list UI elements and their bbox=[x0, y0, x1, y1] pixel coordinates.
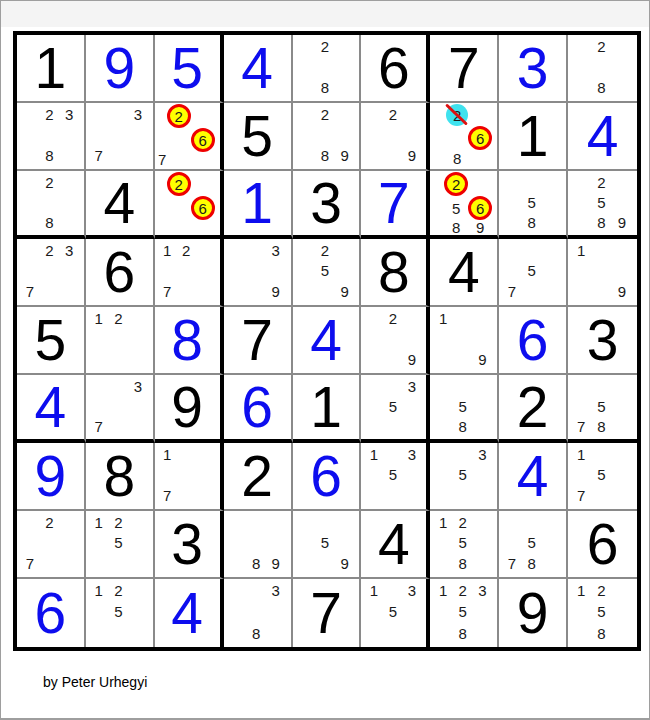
candidate-digit-1: 1 bbox=[577, 447, 585, 462]
cell-r8c9[interactable]: 6 bbox=[568, 511, 637, 579]
candidate-slot-1: 1 bbox=[158, 444, 177, 465]
cell-r3c3[interactable]: 26 bbox=[155, 171, 224, 239]
candidate-digit-3: 3 bbox=[478, 583, 486, 598]
candidate-slot-9: 9 bbox=[468, 220, 492, 235]
cell-r5c7[interactable]: 19 bbox=[430, 307, 499, 375]
given-digit: 2 bbox=[499, 375, 566, 439]
cell-r3c2[interactable]: 4 bbox=[86, 171, 155, 239]
candidate-digit-7: 7 bbox=[508, 556, 516, 571]
cell-r9c7[interactable]: 12358 bbox=[430, 579, 499, 647]
candidate-digit-5: 5 bbox=[459, 604, 467, 619]
candidate-slot-7: 7 bbox=[89, 145, 109, 166]
candidate-slot-3: 3 bbox=[402, 580, 421, 601]
pencilmarks: 25689 bbox=[433, 172, 492, 232]
candidate-digit-7: 7 bbox=[95, 148, 103, 163]
candidate-digit-2: 2 bbox=[389, 107, 397, 122]
candidate-slot-5: 5 bbox=[453, 465, 473, 486]
solved-digit: 6 bbox=[17, 579, 84, 647]
candidate-slot-6: 6 bbox=[468, 196, 492, 220]
cell-r4c4[interactable]: 39 bbox=[224, 239, 293, 307]
cell-r1c2[interactable]: 9 bbox=[86, 35, 155, 103]
cell-r4c9[interactable]: 19 bbox=[568, 239, 637, 307]
candidate-digit-8: 8 bbox=[453, 151, 461, 166]
given-digit: 5 bbox=[17, 307, 84, 373]
cell-r7c2[interactable]: 8 bbox=[86, 443, 155, 511]
cell-r3c6[interactable]: 7 bbox=[361, 171, 430, 239]
cell-r6c8[interactable]: 2 bbox=[499, 375, 568, 443]
candidate-slot-9: 9 bbox=[402, 349, 421, 370]
pencilmarks: 157 bbox=[571, 444, 632, 506]
cell-r8c6[interactable]: 4 bbox=[361, 511, 430, 579]
candidate-slot-5: 5 bbox=[591, 465, 611, 486]
candidate-slot-7: 7 bbox=[502, 553, 522, 574]
candidate-digit-1: 1 bbox=[95, 515, 103, 530]
cell-r1c6[interactable]: 6 bbox=[361, 35, 430, 103]
candidate-slot-8: 8 bbox=[591, 623, 611, 644]
candidate-digit-9: 9 bbox=[272, 556, 280, 571]
solved-digit: 7 bbox=[361, 171, 426, 235]
candidate-digit-2: 2 bbox=[114, 515, 122, 530]
candidate-slot-9: 9 bbox=[612, 281, 632, 302]
cell-r8c7[interactable]: 1258 bbox=[430, 511, 499, 579]
candidate-slot-9: 9 bbox=[612, 212, 632, 232]
candidate-digit-2: 2 bbox=[597, 583, 605, 598]
candidate-digit-5: 5 bbox=[389, 604, 397, 619]
candidate-digit-1: 1 bbox=[370, 447, 378, 462]
pencilmarks: 29 bbox=[364, 308, 421, 370]
pencilmarks: 57 bbox=[502, 240, 561, 302]
cell-r3c8[interactable]: 58 bbox=[499, 171, 568, 239]
cell-r8c5[interactable]: 59 bbox=[293, 511, 362, 579]
candidate-slot-2: 2 bbox=[40, 240, 60, 261]
candidate-digit-5: 5 bbox=[389, 399, 397, 414]
highlight-circle-yellow: 6 bbox=[468, 126, 492, 150]
cell-r1c5[interactable]: 28 bbox=[293, 35, 362, 103]
candidate-digit-5: 5 bbox=[114, 604, 122, 619]
candidate-slot-1: 1 bbox=[433, 580, 453, 601]
pencilmarks: 259 bbox=[296, 240, 355, 302]
pencilmarks: 127 bbox=[158, 240, 215, 302]
cell-r3c5[interactable]: 3 bbox=[293, 171, 362, 239]
candidate-digit-8: 8 bbox=[597, 626, 605, 641]
candidate-slot-1: 1 bbox=[433, 512, 453, 533]
pencilmarks: 289 bbox=[296, 104, 355, 166]
candidate-digit-2: 2 bbox=[45, 243, 53, 258]
candidate-slot-1: 1 bbox=[364, 444, 383, 465]
candidate-slot-5: 5 bbox=[591, 192, 611, 212]
candidate-slot-8: 8 bbox=[522, 212, 542, 232]
cell-r9c2[interactable]: 125 bbox=[86, 579, 155, 647]
candidate-digit-5: 5 bbox=[459, 467, 467, 482]
candidate-digit-3: 3 bbox=[408, 583, 416, 598]
candidate-slot-5: 5 bbox=[109, 601, 129, 622]
cell-r1c9[interactable]: 28 bbox=[568, 35, 637, 103]
candidate-slot-2: 2 bbox=[40, 512, 60, 533]
candidate-slot-8: 8 bbox=[246, 623, 266, 644]
candidate-digit-8: 8 bbox=[452, 220, 460, 235]
candidate-slot-1: 1 bbox=[158, 240, 177, 261]
candidate-slot-8: 8 bbox=[591, 77, 611, 98]
cell-r4c3[interactable]: 127 bbox=[155, 239, 224, 307]
candidate-digit-8: 8 bbox=[321, 148, 329, 163]
candidate-slot-2: 2 bbox=[315, 240, 335, 261]
candidate-digit-8: 8 bbox=[597, 80, 605, 95]
eliminated-circle-cyan: 2 bbox=[446, 104, 468, 126]
candidate-digit-1: 1 bbox=[577, 583, 585, 598]
cell-r6c3[interactable]: 9 bbox=[155, 375, 224, 443]
candidate-slot-2: 2 bbox=[109, 308, 129, 329]
given-digit: 8 bbox=[361, 239, 426, 305]
cell-r4c6[interactable]: 8 bbox=[361, 239, 430, 307]
solved-digit: 4 bbox=[293, 307, 360, 373]
cell-r1c1[interactable]: 1 bbox=[17, 35, 86, 103]
candidate-slot-2: 2 bbox=[444, 172, 468, 196]
candidate-digit-6: 6 bbox=[476, 201, 484, 216]
cell-r5c2[interactable]: 12 bbox=[86, 307, 155, 375]
candidate-slot-2: 2 bbox=[167, 172, 191, 196]
cell-r4c5[interactable]: 259 bbox=[293, 239, 362, 307]
candidate-slot-6: 6 bbox=[191, 196, 215, 220]
pencilmarks: 59 bbox=[296, 512, 355, 574]
given-digit: 2 bbox=[224, 443, 291, 509]
candidate-digit-9: 9 bbox=[340, 148, 348, 163]
solved-digit: 8 bbox=[155, 307, 220, 373]
given-digit: 4 bbox=[361, 511, 426, 577]
candidate-digit-3: 3 bbox=[65, 107, 73, 122]
cell-r6c5[interactable]: 1 bbox=[293, 375, 362, 443]
solved-digit: 6 bbox=[224, 375, 291, 439]
candidate-slot-5: 5 bbox=[109, 533, 129, 554]
pencilmarks: 27 bbox=[20, 512, 79, 574]
cell-r9c4[interactable]: 38 bbox=[224, 579, 293, 647]
pencilmarks: 26 bbox=[158, 172, 215, 232]
candidate-slot-3: 3 bbox=[59, 104, 79, 125]
candidate-slot-2: 2 bbox=[383, 104, 402, 125]
given-digit: 7 bbox=[224, 307, 291, 373]
solved-digit: 4 bbox=[568, 103, 637, 169]
candidate-digit-3: 3 bbox=[478, 447, 486, 462]
candidate-slot-7: 7 bbox=[20, 553, 40, 574]
given-digit: 7 bbox=[430, 35, 497, 101]
cell-r5c3[interactable]: 8 bbox=[155, 307, 224, 375]
cell-r4c1[interactable]: 237 bbox=[17, 239, 86, 307]
candidate-digit-1: 1 bbox=[439, 583, 447, 598]
cell-r2c8[interactable]: 1 bbox=[499, 103, 568, 171]
cell-r9c5[interactable]: 7 bbox=[293, 579, 362, 647]
candidate-digit-5: 5 bbox=[597, 467, 605, 482]
candidate-slot-8: 8 bbox=[446, 150, 468, 166]
cell-r2c4[interactable]: 5 bbox=[224, 103, 293, 171]
pencilmarks: 578 bbox=[502, 512, 561, 574]
cell-r5c1[interactable]: 5 bbox=[17, 307, 86, 375]
candidate-digit-9: 9 bbox=[408, 352, 416, 367]
candidate-slot-8: 8 bbox=[522, 553, 542, 574]
pencilmarks: 125 bbox=[89, 512, 148, 574]
candidate-slot-6: 6 bbox=[468, 126, 492, 150]
given-digit: 9 bbox=[499, 579, 566, 647]
candidate-slot-8: 8 bbox=[246, 553, 266, 574]
cell-r6c1[interactable]: 4 bbox=[17, 375, 86, 443]
candidate-digit-2: 2 bbox=[45, 107, 53, 122]
given-digit: 3 bbox=[155, 511, 220, 577]
cell-r1c3[interactable]: 5 bbox=[155, 35, 224, 103]
candidate-slot-7: 7 bbox=[502, 281, 522, 302]
cell-r1c7[interactable]: 7 bbox=[430, 35, 499, 103]
highlight-circle-yellow: 6 bbox=[191, 196, 215, 220]
candidate-slot-8: 8 bbox=[591, 416, 611, 436]
pencilmarks: 2589 bbox=[571, 172, 632, 232]
pencilmarks: 28 bbox=[20, 172, 79, 232]
candidate-digit-1: 1 bbox=[439, 515, 447, 530]
header-band bbox=[1, 1, 649, 27]
pencilmarks: 12358 bbox=[433, 580, 492, 644]
candidate-digit-1: 1 bbox=[439, 311, 447, 326]
candidate-slot-7: 7 bbox=[158, 152, 167, 167]
cell-r9c1[interactable]: 6 bbox=[17, 579, 86, 647]
cell-r7c7[interactable]: 35 bbox=[430, 443, 499, 511]
cell-r5c4[interactable]: 7 bbox=[224, 307, 293, 375]
cell-r5c9[interactable]: 3 bbox=[568, 307, 637, 375]
cell-r3c7[interactable]: 25689 bbox=[430, 171, 499, 239]
cell-r8c1[interactable]: 27 bbox=[17, 511, 86, 579]
candidate-digit-2: 2 bbox=[174, 177, 182, 192]
candidate-digit-6: 6 bbox=[198, 133, 206, 148]
cell-r8c4[interactable]: 89 bbox=[224, 511, 293, 579]
candidate-digit-3: 3 bbox=[134, 379, 142, 394]
pencilmarks: 39 bbox=[227, 240, 286, 302]
solved-digit: 6 bbox=[499, 307, 566, 373]
candidate-digit-5: 5 bbox=[597, 604, 605, 619]
candidate-digit-8: 8 bbox=[459, 626, 467, 641]
solved-digit: 4 bbox=[499, 443, 566, 509]
pencilmarks: 29 bbox=[364, 104, 421, 166]
cell-r2c7[interactable]: 268 bbox=[430, 103, 499, 171]
cell-r3c9[interactable]: 2589 bbox=[568, 171, 637, 239]
pencilmarks: 19 bbox=[571, 240, 632, 302]
cell-r3c1[interactable]: 28 bbox=[17, 171, 86, 239]
candidate-slot-3: 3 bbox=[473, 444, 493, 465]
candidate-slot-7: 7 bbox=[571, 416, 591, 436]
candidate-slot-1: 1 bbox=[571, 580, 591, 601]
candidate-slot-8: 8 bbox=[453, 623, 473, 644]
candidate-digit-9: 9 bbox=[476, 220, 484, 235]
candidate-slot-8: 8 bbox=[40, 145, 60, 166]
cell-r6c4[interactable]: 6 bbox=[224, 375, 293, 443]
candidate-digit-2: 2 bbox=[597, 39, 605, 54]
candidate-digit-8: 8 bbox=[459, 419, 467, 434]
candidate-digit-5: 5 bbox=[527, 263, 535, 278]
solved-digit: 4 bbox=[17, 375, 84, 439]
candidate-slot-2: 2 bbox=[591, 580, 611, 601]
pencilmarks: 125 bbox=[89, 580, 148, 644]
cell-r8c8[interactable]: 578 bbox=[499, 511, 568, 579]
candidate-slot-5: 5 bbox=[453, 396, 473, 416]
cell-r6c7[interactable]: 58 bbox=[430, 375, 499, 443]
candidate-slot-3: 3 bbox=[266, 580, 286, 601]
pencilmarks: 89 bbox=[227, 512, 286, 574]
candidate-slot-2: 2 bbox=[383, 308, 402, 329]
cell-r2c1[interactable]: 238 bbox=[17, 103, 86, 171]
cell-r8c3[interactable]: 3 bbox=[155, 511, 224, 579]
candidate-slot-9: 9 bbox=[266, 553, 286, 574]
candidate-digit-2: 2 bbox=[597, 175, 605, 190]
pencilmarks: 135 bbox=[364, 444, 421, 506]
candidate-slot-5: 5 bbox=[591, 601, 611, 622]
candidate-slot-9: 9 bbox=[335, 145, 355, 166]
candidate-digit-6: 6 bbox=[198, 201, 206, 216]
cell-r7c8[interactable]: 4 bbox=[499, 443, 568, 511]
candidate-digit-8: 8 bbox=[459, 556, 467, 571]
candidate-slot-1: 1 bbox=[89, 580, 109, 601]
cell-r2c3[interactable]: 267 bbox=[155, 103, 224, 171]
candidate-slot-3: 3 bbox=[473, 580, 493, 601]
candidate-digit-8: 8 bbox=[597, 215, 605, 230]
cell-r9c9[interactable]: 1258 bbox=[568, 579, 637, 647]
candidate-slot-6: 6 bbox=[191, 128, 215, 152]
candidate-digit-2: 2 bbox=[321, 243, 329, 258]
cell-r6c2[interactable]: 37 bbox=[86, 375, 155, 443]
pencilmarks: 17 bbox=[158, 444, 215, 506]
candidate-digit-8: 8 bbox=[45, 215, 53, 230]
candidate-slot-8: 8 bbox=[453, 553, 473, 574]
candidate-slot-7: 7 bbox=[20, 281, 40, 302]
candidate-digit-2: 2 bbox=[174, 109, 182, 124]
candidate-digit-3: 3 bbox=[272, 243, 280, 258]
pencilmarks: 267 bbox=[158, 104, 215, 166]
cell-r7c5[interactable]: 6 bbox=[293, 443, 362, 511]
candidate-slot-3: 3 bbox=[128, 104, 148, 125]
sudoku-app-page: 1954286732823837267528929268142842613725… bbox=[0, 0, 650, 720]
candidate-slot-7: 7 bbox=[89, 416, 109, 436]
candidate-slot-1: 1 bbox=[89, 512, 109, 533]
candidate-slot-8: 8 bbox=[315, 145, 335, 166]
candidate-digit-5: 5 bbox=[114, 535, 122, 550]
pencilmarks: 58 bbox=[502, 172, 561, 232]
candidate-digit-2: 2 bbox=[389, 311, 397, 326]
given-digit: 5 bbox=[224, 103, 291, 169]
pencilmarks: 238 bbox=[20, 104, 79, 166]
candidate-slot-2: 2 bbox=[109, 580, 129, 601]
cell-r4c7[interactable]: 4 bbox=[430, 239, 499, 307]
candidate-digit-2: 2 bbox=[321, 107, 329, 122]
candidate-slot-8: 8 bbox=[591, 212, 611, 232]
pencilmarks: 237 bbox=[20, 240, 79, 302]
candidate-slot-1: 1 bbox=[433, 308, 453, 329]
candidate-slot-9: 9 bbox=[335, 281, 355, 302]
candidate-digit-1: 1 bbox=[577, 243, 585, 258]
candidate-slot-8: 8 bbox=[40, 212, 60, 232]
cell-r9c8[interactable]: 9 bbox=[499, 579, 568, 647]
pencilmarks: 58 bbox=[433, 376, 492, 436]
candidate-digit-5: 5 bbox=[527, 195, 535, 210]
candidate-digit-3: 3 bbox=[272, 583, 280, 598]
candidate-digit-5: 5 bbox=[321, 263, 329, 278]
cell-r1c8[interactable]: 3 bbox=[499, 35, 568, 103]
cell-r6c6[interactable]: 35 bbox=[361, 375, 430, 443]
candidate-digit-2: 2 bbox=[114, 583, 122, 598]
candidate-digit-7: 7 bbox=[577, 488, 585, 503]
candidate-digit-9: 9 bbox=[618, 284, 626, 299]
candidate-slot-7: 7 bbox=[158, 485, 177, 506]
cell-r1c4[interactable]: 4 bbox=[224, 35, 293, 103]
candidate-digit-5: 5 bbox=[321, 535, 329, 550]
cell-r8c2[interactable]: 125 bbox=[86, 511, 155, 579]
given-digit: 6 bbox=[568, 511, 637, 577]
sudoku-board: 1954286732823837267528929268142842613725… bbox=[13, 31, 641, 651]
candidate-slot-5: 5 bbox=[591, 396, 611, 416]
candidate-digit-1: 1 bbox=[163, 243, 171, 258]
candidate-digit-9: 9 bbox=[478, 352, 486, 367]
candidate-digit-7: 7 bbox=[95, 419, 103, 434]
cell-r4c2[interactable]: 6 bbox=[86, 239, 155, 307]
cell-r9c6[interactable]: 135 bbox=[361, 579, 430, 647]
pencilmarks: 37 bbox=[89, 376, 148, 436]
cell-r7c9[interactable]: 157 bbox=[568, 443, 637, 511]
candidate-slot-8: 8 bbox=[444, 220, 468, 235]
cell-r7c1[interactable]: 9 bbox=[17, 443, 86, 511]
candidate-digit-9: 9 bbox=[272, 284, 280, 299]
cell-r5c8[interactable]: 6 bbox=[499, 307, 568, 375]
cell-r7c3[interactable]: 17 bbox=[155, 443, 224, 511]
cell-r6c9[interactable]: 578 bbox=[568, 375, 637, 443]
candidate-digit-2: 2 bbox=[45, 175, 53, 190]
candidate-slot-5: 5 bbox=[522, 261, 542, 282]
solved-digit: 4 bbox=[155, 579, 220, 647]
candidate-digit-5: 5 bbox=[452, 201, 460, 216]
pencilmarks: 19 bbox=[433, 308, 492, 370]
candidate-digit-8: 8 bbox=[45, 148, 53, 163]
candidate-digit-2: 2 bbox=[45, 515, 53, 530]
pencilmarks: 28 bbox=[571, 36, 632, 98]
cell-r2c6[interactable]: 29 bbox=[361, 103, 430, 171]
given-digit: 6 bbox=[361, 35, 426, 101]
given-digit: 9 bbox=[155, 375, 220, 439]
pencilmarks: 268 bbox=[433, 104, 492, 166]
given-digit: 1 bbox=[499, 103, 566, 169]
cell-r2c9[interactable]: 4 bbox=[568, 103, 637, 171]
pencilmarks: 1258 bbox=[433, 512, 492, 574]
candidate-slot-2: 2 bbox=[315, 104, 335, 125]
candidate-digit-3: 3 bbox=[408, 447, 416, 462]
candidate-slot-1: 1 bbox=[571, 240, 591, 261]
pencilmarks: 12 bbox=[89, 308, 148, 370]
cell-r7c6[interactable]: 135 bbox=[361, 443, 430, 511]
cell-r5c6[interactable]: 29 bbox=[361, 307, 430, 375]
cell-r2c2[interactable]: 37 bbox=[86, 103, 155, 171]
pencilmarks: 578 bbox=[571, 376, 632, 436]
cell-r3c4[interactable]: 1 bbox=[224, 171, 293, 239]
given-digit: 1 bbox=[293, 375, 360, 439]
candidate-slot-2: 2 bbox=[40, 172, 60, 192]
candidate-slot-5: 5 bbox=[315, 533, 335, 554]
cell-r7c4[interactable]: 2 bbox=[224, 443, 293, 511]
cell-r2c5[interactable]: 289 bbox=[293, 103, 362, 171]
pencilmarks: 135 bbox=[364, 580, 421, 644]
candidate-digit-2: 2 bbox=[459, 515, 467, 530]
candidate-slot-5: 5 bbox=[444, 196, 468, 220]
candidate-digit-8: 8 bbox=[252, 626, 260, 641]
cell-r4c8[interactable]: 57 bbox=[499, 239, 568, 307]
cell-r5c5[interactable]: 4 bbox=[293, 307, 362, 375]
given-digit: 8 bbox=[86, 443, 153, 509]
pencilmarks: 35 bbox=[364, 376, 421, 436]
candidate-digit-3: 3 bbox=[408, 379, 416, 394]
cell-r9c3[interactable]: 4 bbox=[155, 579, 224, 647]
candidate-slot-9: 9 bbox=[335, 553, 355, 574]
highlight-circle-yellow: 2 bbox=[167, 104, 191, 128]
given-digit: 4 bbox=[86, 171, 153, 235]
given-digit: 7 bbox=[293, 579, 360, 647]
